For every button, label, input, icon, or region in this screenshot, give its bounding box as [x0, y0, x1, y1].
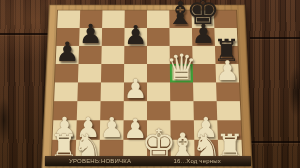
square-c7[interactable]: [102, 28, 125, 46]
square-b5[interactable]: [78, 64, 101, 82]
move-turn-label: 16...Ход черных: [174, 158, 221, 164]
square-c4[interactable]: [101, 82, 124, 101]
square-h3[interactable]: [217, 101, 241, 120]
square-f3[interactable]: [170, 101, 194, 120]
square-a8[interactable]: [57, 10, 80, 28]
status-bar: УРОВЕНЬ:НОВИЧКА 16...Ход черных: [45, 156, 251, 166]
table-plank-seam: [250, 37, 300, 39]
square-e3[interactable]: [147, 101, 170, 120]
square-c5[interactable]: [101, 64, 124, 82]
piece-black-pawn-b7[interactable]: ♟: [79, 21, 103, 48]
level-label: УРОВЕНЬ:НОВИЧКА: [69, 158, 131, 164]
piece-black-pawn-a6[interactable]: ♟: [55, 39, 79, 66]
square-c6[interactable]: [101, 46, 124, 64]
table-plank-seam: [0, 33, 48, 35]
square-a4[interactable]: [54, 82, 78, 101]
square-b4[interactable]: [77, 82, 101, 101]
piece-white-queen-f5[interactable]: ♛: [166, 50, 197, 85]
piece-black-pawn-g7[interactable]: ♟: [192, 21, 216, 48]
table-plank-seam: [250, 141, 300, 143]
piece-white-pawn-c2[interactable]: ♟: [99, 114, 124, 141]
piece-white-pawn-d4[interactable]: ♟: [123, 76, 147, 103]
piece-black-pawn-d7[interactable]: ♟: [124, 21, 147, 47]
piece-white-pawn-h5[interactable]: ♟: [215, 57, 239, 84]
square-c8[interactable]: [102, 10, 125, 28]
